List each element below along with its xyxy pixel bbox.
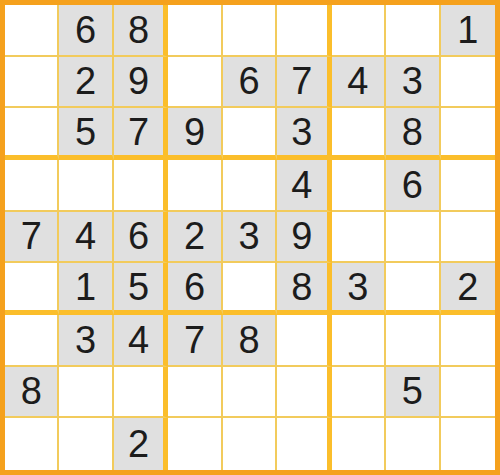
- cell-r8c9[interactable]: [441, 367, 495, 419]
- cell-r1c5[interactable]: [223, 5, 277, 57]
- sudoku-app: 68129674357938467462391568323478852: [0, 0, 500, 475]
- cell-r1c7[interactable]: [332, 5, 386, 57]
- cell-r1c2: 6: [59, 5, 113, 57]
- cell-r7c6[interactable]: [277, 315, 331, 367]
- cell-r6c2: 1: [59, 263, 113, 315]
- cell-r5c3: 6: [114, 212, 168, 264]
- cell-r4c9[interactable]: [441, 160, 495, 212]
- cell-r3c1[interactable]: [5, 108, 59, 160]
- cell-r4c2[interactable]: [59, 160, 113, 212]
- cell-r6c9: 2: [441, 263, 495, 315]
- cell-r7c4: 7: [168, 315, 222, 367]
- cell-r9c9[interactable]: [441, 418, 495, 470]
- cell-r9c3: 2: [114, 418, 168, 470]
- cell-r2c1[interactable]: [5, 57, 59, 109]
- cell-r5c4: 2: [168, 212, 222, 264]
- cell-r9c6[interactable]: [277, 418, 331, 470]
- cell-r9c7[interactable]: [332, 418, 386, 470]
- cell-r4c8: 6: [386, 160, 440, 212]
- cell-r3c7[interactable]: [332, 108, 386, 160]
- cell-r5c2: 4: [59, 212, 113, 264]
- cell-r8c1: 8: [5, 367, 59, 419]
- cell-r1c3: 8: [114, 5, 168, 57]
- cell-r1c4[interactable]: [168, 5, 222, 57]
- cell-r5c1: 7: [5, 212, 59, 264]
- cell-r9c4[interactable]: [168, 418, 222, 470]
- cell-r6c4: 6: [168, 263, 222, 315]
- cell-r4c7[interactable]: [332, 160, 386, 212]
- cell-r6c5[interactable]: [223, 263, 277, 315]
- cell-r2c2: 2: [59, 57, 113, 109]
- cell-r5c7[interactable]: [332, 212, 386, 264]
- cell-r4c5[interactable]: [223, 160, 277, 212]
- cell-r9c5[interactable]: [223, 418, 277, 470]
- cell-r2c5: 6: [223, 57, 277, 109]
- cell-r8c3[interactable]: [114, 367, 168, 419]
- cell-r6c3: 5: [114, 263, 168, 315]
- cell-r2c6: 7: [277, 57, 331, 109]
- cell-r5c5: 3: [223, 212, 277, 264]
- cell-r8c6[interactable]: [277, 367, 331, 419]
- cell-r7c3: 4: [114, 315, 168, 367]
- cell-r4c4[interactable]: [168, 160, 222, 212]
- cell-r3c8: 8: [386, 108, 440, 160]
- cell-r2c7: 4: [332, 57, 386, 109]
- cell-r7c9[interactable]: [441, 315, 495, 367]
- cell-r8c8: 5: [386, 367, 440, 419]
- cell-r7c2: 3: [59, 315, 113, 367]
- cell-r6c7: 3: [332, 263, 386, 315]
- cell-r1c6[interactable]: [277, 5, 331, 57]
- cell-r2c8: 3: [386, 57, 440, 109]
- cell-r7c5: 8: [223, 315, 277, 367]
- cell-r2c3: 9: [114, 57, 168, 109]
- cell-r1c9: 1: [441, 5, 495, 57]
- cell-r1c8[interactable]: [386, 5, 440, 57]
- cell-r3c2: 5: [59, 108, 113, 160]
- cell-r1c1[interactable]: [5, 5, 59, 57]
- cell-r5c6: 9: [277, 212, 331, 264]
- cell-r8c2[interactable]: [59, 367, 113, 419]
- cell-r3c5[interactable]: [223, 108, 277, 160]
- cell-r8c4[interactable]: [168, 367, 222, 419]
- cell-r4c6: 4: [277, 160, 331, 212]
- cell-r9c8[interactable]: [386, 418, 440, 470]
- sudoku-board: 68129674357938467462391568323478852: [0, 0, 500, 475]
- cell-r8c5[interactable]: [223, 367, 277, 419]
- cell-r9c1[interactable]: [5, 418, 59, 470]
- cell-r2c9[interactable]: [441, 57, 495, 109]
- cell-r7c8[interactable]: [386, 315, 440, 367]
- cell-r4c1[interactable]: [5, 160, 59, 212]
- cell-r7c1[interactable]: [5, 315, 59, 367]
- cell-r3c4: 9: [168, 108, 222, 160]
- cell-r5c9[interactable]: [441, 212, 495, 264]
- cell-r3c9[interactable]: [441, 108, 495, 160]
- cell-r3c6: 3: [277, 108, 331, 160]
- cell-r7c7[interactable]: [332, 315, 386, 367]
- cell-r8c7[interactable]: [332, 367, 386, 419]
- cell-r6c1[interactable]: [5, 263, 59, 315]
- cell-r4c3[interactable]: [114, 160, 168, 212]
- cell-r2c4[interactable]: [168, 57, 222, 109]
- cell-r3c3: 7: [114, 108, 168, 160]
- cell-r6c8[interactable]: [386, 263, 440, 315]
- cell-r6c6: 8: [277, 263, 331, 315]
- cell-r5c8[interactable]: [386, 212, 440, 264]
- cell-r9c2[interactable]: [59, 418, 113, 470]
